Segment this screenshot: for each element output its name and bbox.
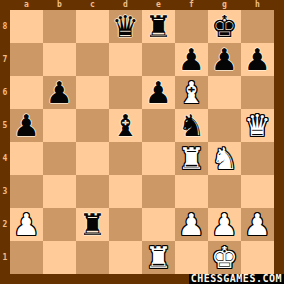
square-a3[interactable] xyxy=(10,175,43,208)
square-a5[interactable]: ♟ xyxy=(10,109,43,142)
white-pawn-a2[interactable]: ♟ xyxy=(13,208,40,241)
square-e7[interactable] xyxy=(142,43,175,76)
rank-label-4: 4 xyxy=(0,142,10,175)
square-f5[interactable]: ♞ xyxy=(175,109,208,142)
white-pawn-h2[interactable]: ♟ xyxy=(244,208,271,241)
square-e5[interactable] xyxy=(142,109,175,142)
white-pawn-f2[interactable]: ♟ xyxy=(178,208,205,241)
white-bishop-f6[interactable]: ♝ xyxy=(178,76,205,109)
square-b8[interactable] xyxy=(43,10,76,43)
rank-label-7: 7 xyxy=(0,43,10,76)
square-d1[interactable] xyxy=(109,241,142,274)
square-b3[interactable] xyxy=(43,175,76,208)
square-f6[interactable]: ♝ xyxy=(175,76,208,109)
square-g6[interactable] xyxy=(208,76,241,109)
file-label-c: c xyxy=(76,0,109,10)
square-f1[interactable] xyxy=(175,241,208,274)
square-g3[interactable] xyxy=(208,175,241,208)
black-queen-d8[interactable]: ♛ xyxy=(112,10,139,43)
square-b2[interactable] xyxy=(43,208,76,241)
square-b7[interactable] xyxy=(43,43,76,76)
square-h8[interactable] xyxy=(241,10,274,43)
square-e2[interactable] xyxy=(142,208,175,241)
square-f2[interactable]: ♟ xyxy=(175,208,208,241)
white-knight-g4[interactable]: ♞ xyxy=(211,142,238,175)
square-c7[interactable] xyxy=(76,43,109,76)
square-d8[interactable]: ♛ xyxy=(109,10,142,43)
square-g2[interactable]: ♟ xyxy=(208,208,241,241)
black-bishop-d5[interactable]: ♝ xyxy=(112,109,139,142)
square-g4[interactable]: ♞ xyxy=(208,142,241,175)
square-h3[interactable] xyxy=(241,175,274,208)
square-a2[interactable]: ♟ xyxy=(10,208,43,241)
square-c5[interactable] xyxy=(76,109,109,142)
square-c1[interactable] xyxy=(76,241,109,274)
square-d5[interactable]: ♝ xyxy=(109,109,142,142)
square-g8[interactable]: ♚ xyxy=(208,10,241,43)
square-b1[interactable] xyxy=(43,241,76,274)
square-h5[interactable]: ♛ xyxy=(241,109,274,142)
black-pawn-g7[interactable]: ♟ xyxy=(211,43,238,76)
square-d2[interactable] xyxy=(109,208,142,241)
square-e8[interactable]: ♜ xyxy=(142,10,175,43)
square-d7[interactable] xyxy=(109,43,142,76)
square-a1[interactable] xyxy=(10,241,43,274)
file-label-h: h xyxy=(241,0,274,10)
square-d3[interactable] xyxy=(109,175,142,208)
square-g5[interactable] xyxy=(208,109,241,142)
square-h7[interactable]: ♟ xyxy=(241,43,274,76)
black-knight-f5[interactable]: ♞ xyxy=(178,109,205,142)
square-a7[interactable] xyxy=(10,43,43,76)
square-a4[interactable] xyxy=(10,142,43,175)
file-label-a: a xyxy=(10,0,43,10)
black-pawn-h7[interactable]: ♟ xyxy=(244,43,271,76)
square-b4[interactable] xyxy=(43,142,76,175)
site-label: CHESSGAMES.COM xyxy=(189,274,284,284)
square-h2[interactable]: ♟ xyxy=(241,208,274,241)
square-h4[interactable] xyxy=(241,142,274,175)
black-king-g8[interactable]: ♚ xyxy=(211,10,238,43)
square-g7[interactable]: ♟ xyxy=(208,43,241,76)
white-pawn-g2[interactable]: ♟ xyxy=(211,208,238,241)
black-rook-c2[interactable]: ♜ xyxy=(79,208,106,241)
rank-label-3: 3 xyxy=(0,175,10,208)
square-g1[interactable]: ♚ xyxy=(208,241,241,274)
white-rook-e1[interactable]: ♜ xyxy=(145,241,172,274)
rank-label-2: 2 xyxy=(0,208,10,241)
square-e1[interactable]: ♜ xyxy=(142,241,175,274)
chess-board-frame: abcdefgh 87654321 ♛♜♚♟♟♟♟♟♝♟♝♞♛♜♞♟♜♟♟♟♜♚… xyxy=(0,0,284,284)
square-f7[interactable]: ♟ xyxy=(175,43,208,76)
file-label-b: b xyxy=(43,0,76,10)
square-c8[interactable] xyxy=(76,10,109,43)
square-c2[interactable]: ♜ xyxy=(76,208,109,241)
black-pawn-f7[interactable]: ♟ xyxy=(178,43,205,76)
rank-label-1: 1 xyxy=(0,241,10,274)
rank-label-6: 6 xyxy=(0,76,10,109)
square-h1[interactable] xyxy=(241,241,274,274)
white-queen-h5[interactable]: ♛ xyxy=(244,109,271,142)
rank-labels: 87654321 xyxy=(0,10,10,274)
square-e3[interactable] xyxy=(142,175,175,208)
square-c6[interactable] xyxy=(76,76,109,109)
square-e6[interactable]: ♟ xyxy=(142,76,175,109)
square-d6[interactable] xyxy=(109,76,142,109)
square-a6[interactable] xyxy=(10,76,43,109)
white-rook-f4[interactable]: ♜ xyxy=(178,142,205,175)
black-pawn-b6[interactable]: ♟ xyxy=(46,76,73,109)
square-f8[interactable] xyxy=(175,10,208,43)
chess-board: ♛♜♚♟♟♟♟♟♝♟♝♞♛♜♞♟♜♟♟♟♜♚ xyxy=(10,10,274,274)
black-pawn-e6[interactable]: ♟ xyxy=(145,76,172,109)
square-d4[interactable] xyxy=(109,142,142,175)
square-b5[interactable] xyxy=(43,109,76,142)
rank-label-5: 5 xyxy=(0,109,10,142)
black-pawn-a5[interactable]: ♟ xyxy=(13,109,40,142)
square-c3[interactable] xyxy=(76,175,109,208)
square-b6[interactable]: ♟ xyxy=(43,76,76,109)
white-king-g1[interactable]: ♚ xyxy=(211,241,238,274)
black-rook-e8[interactable]: ♜ xyxy=(145,10,172,43)
square-f4[interactable]: ♜ xyxy=(175,142,208,175)
file-label-f: f xyxy=(175,0,208,10)
rank-label-8: 8 xyxy=(0,10,10,43)
square-f3[interactable] xyxy=(175,175,208,208)
square-e4[interactable] xyxy=(142,142,175,175)
square-a8[interactable] xyxy=(10,10,43,43)
square-h6[interactable] xyxy=(241,76,274,109)
square-c4[interactable] xyxy=(76,142,109,175)
